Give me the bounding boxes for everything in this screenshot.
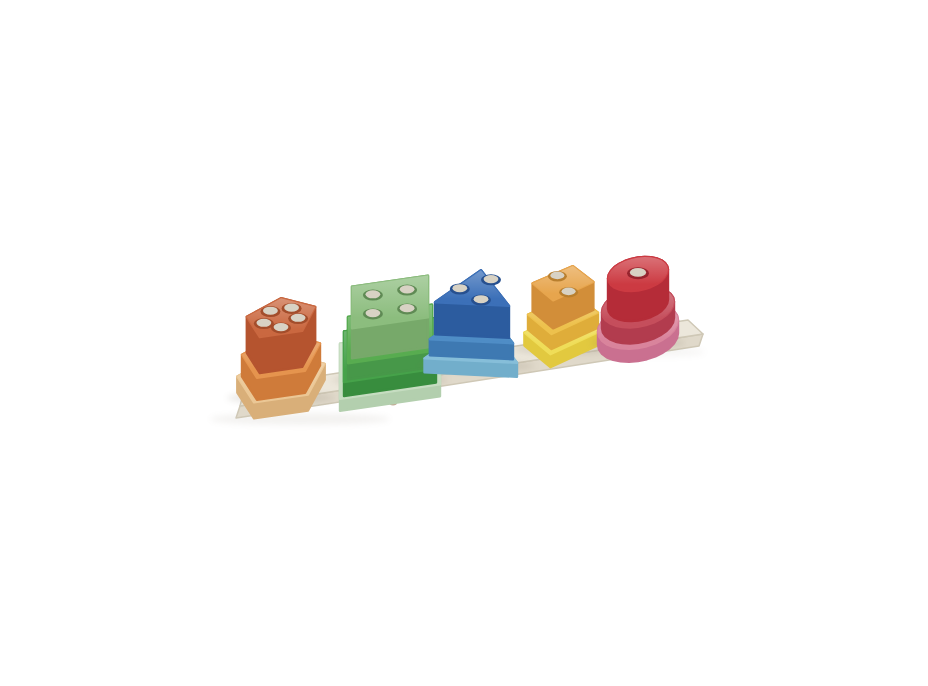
- peg-hole: [366, 290, 381, 298]
- peg-hole: [400, 285, 415, 293]
- peg-hole: [474, 295, 489, 303]
- peg-hole: [630, 268, 646, 277]
- peg-hole: [263, 307, 278, 315]
- peg-hole: [562, 288, 576, 296]
- product-photo: [0, 0, 928, 686]
- peg-hole: [256, 319, 271, 327]
- peg-hole: [484, 275, 499, 283]
- peg-hole: [291, 314, 306, 322]
- toy-photo-canvas: [0, 0, 928, 686]
- peg-hole: [284, 304, 299, 312]
- peg-hole: [274, 323, 289, 331]
- peg-hole: [366, 309, 381, 317]
- peg-hole: [452, 284, 467, 292]
- peg-hole: [400, 304, 415, 312]
- peg-hole: [550, 272, 564, 280]
